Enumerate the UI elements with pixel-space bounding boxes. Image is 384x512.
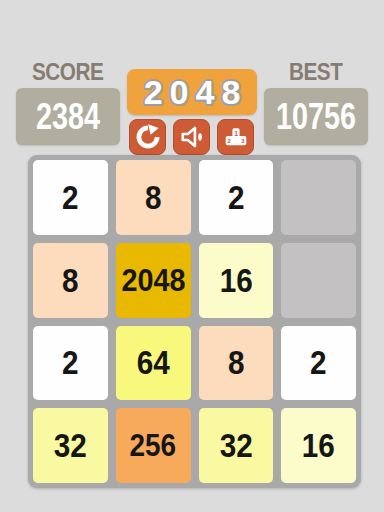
score-label-text: SCORE	[32, 61, 103, 83]
toolbar: 1 2 3	[129, 119, 254, 155]
score-box: 2384	[16, 88, 120, 145]
tile-16: 16	[281, 408, 356, 483]
tile-2: 2	[281, 326, 356, 401]
svg-text:1: 1	[234, 130, 238, 137]
best-label: BEST	[264, 61, 368, 83]
tile-64: 64	[116, 326, 191, 401]
sound-button[interactable]	[173, 119, 210, 155]
score-label: SCORE	[16, 61, 120, 83]
score-value: 2384	[36, 96, 100, 138]
tile-8: 8	[199, 326, 274, 401]
tile-16: 16	[199, 243, 274, 318]
restart-icon	[135, 124, 161, 150]
restart-button[interactable]	[129, 119, 166, 155]
tile-2: 2	[199, 160, 274, 235]
tile-2048: 2048	[116, 243, 191, 318]
tile-32: 32	[33, 408, 108, 483]
logo-badge: 2048	[127, 69, 257, 115]
leaderboard-button[interactable]: 1 2 3	[217, 119, 254, 155]
tile-8: 8	[116, 160, 191, 235]
tile-32: 32	[199, 408, 274, 483]
empty-cell	[281, 160, 356, 235]
tile-2: 2	[33, 160, 108, 235]
logo-text: 2048	[137, 73, 248, 112]
sound-icon	[179, 124, 205, 150]
tile-256: 256	[116, 408, 191, 483]
empty-cell	[281, 243, 356, 318]
best-label-text: BEST	[289, 61, 342, 83]
tile-8: 8	[33, 243, 108, 318]
best-box: 10756	[264, 88, 368, 145]
tile-2: 2	[33, 326, 108, 401]
best-value: 10756	[276, 96, 356, 138]
leaderboard-icon: 1 2 3	[222, 124, 250, 150]
board-grid[interactable]: 282820481626482322563216	[28, 155, 361, 488]
